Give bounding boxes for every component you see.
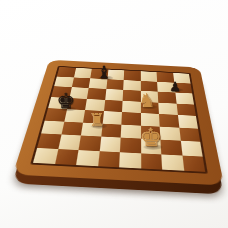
pieces-layer: ♝♟♚♞♜♚ — [0, 0, 228, 228]
black-bishop-piece: ♝ — [96, 64, 111, 81]
board-photo: ♝♟♚♞♜♚ — [0, 0, 228, 228]
white-knight-piece: ♞ — [138, 91, 155, 110]
white-king-piece: ♚ — [140, 125, 162, 150]
black-pawn-piece: ♟ — [169, 80, 181, 93]
white-rook-piece: ♜ — [89, 111, 105, 129]
black-king-piece: ♚ — [57, 91, 76, 112]
